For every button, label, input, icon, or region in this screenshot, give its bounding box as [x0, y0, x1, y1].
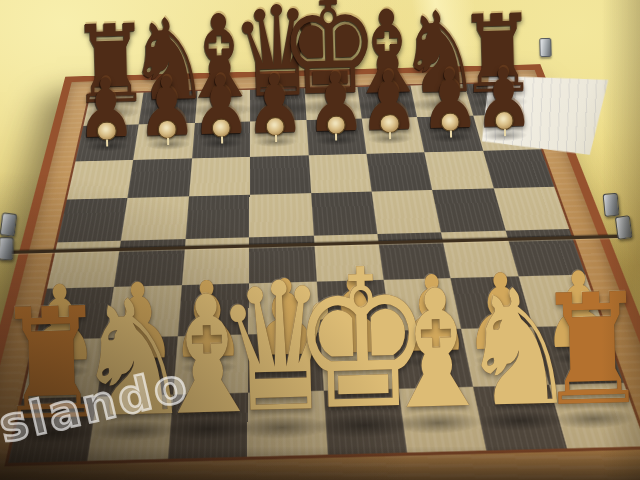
photo-scene: ♜♞♝♛♚♝♞♜♟♟♟♟♟♟♟♟♟♟♟♟♟♟♟♟♜♞♝♛♚♝♞♜ slando	[0, 0, 640, 480]
square-d6[interactable]	[250, 155, 311, 195]
board-perspective-group: ♜♞♝♛♚♝♞♜♟♟♟♟♟♟♟♟♟♟♟♟♟♟♟♟♜♞♝♛♚♝♞♜	[0, 0, 640, 480]
hinge-icon	[603, 193, 620, 217]
square-g6[interactable]	[425, 151, 494, 191]
clasp-icon	[539, 38, 551, 57]
square-e6[interactable]	[308, 154, 371, 194]
square-c5[interactable]	[185, 195, 249, 239]
hinge-icon	[0, 212, 17, 237]
square-a6[interactable]	[67, 160, 134, 200]
white-rook-glyph: ♜	[534, 273, 640, 428]
hinge-icon	[615, 215, 633, 240]
square-g5[interactable]	[432, 188, 505, 231]
hinge-icon	[0, 237, 14, 261]
square-b6[interactable]	[128, 158, 192, 198]
square-h6[interactable]	[483, 149, 555, 188]
square-a5[interactable]	[57, 198, 127, 242]
square-b5[interactable]	[121, 196, 188, 240]
square-h5[interactable]	[493, 187, 569, 230]
square-c6[interactable]	[189, 157, 250, 197]
square-f6[interactable]	[366, 152, 432, 192]
